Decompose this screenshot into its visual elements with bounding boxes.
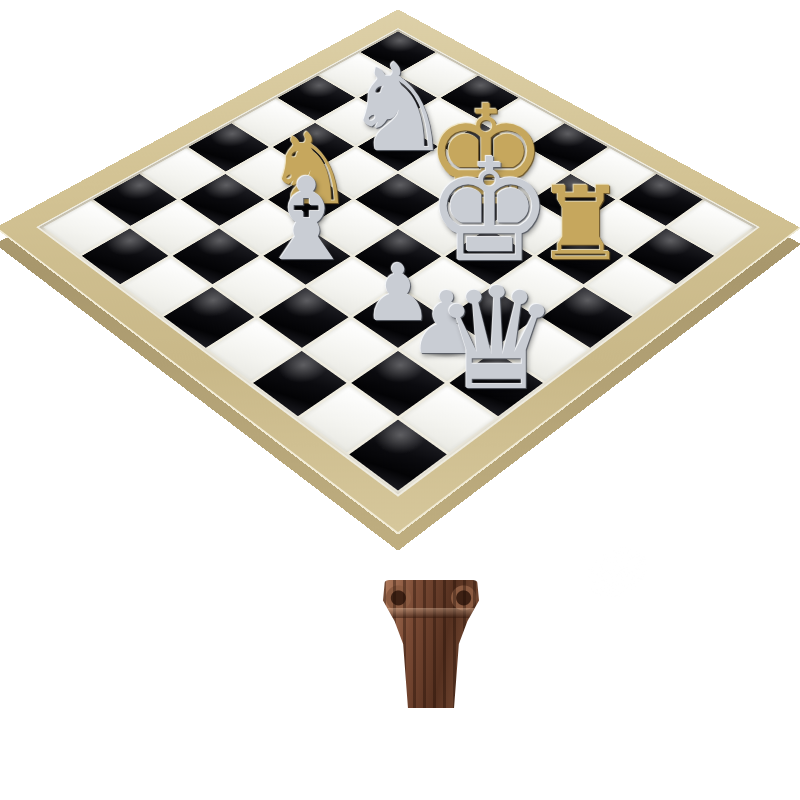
chess-set-photo: ♞♚♜♞♚♝♟♟♛ — [0, 0, 800, 800]
gloss-reflection — [577, 536, 656, 608]
ionic-column-leg — [383, 580, 479, 708]
chess-piece-silver-bishop[interactable]: ♝ — [256, 163, 358, 277]
chess-piece-silver-queen[interactable]: ♛ — [434, 269, 561, 410]
